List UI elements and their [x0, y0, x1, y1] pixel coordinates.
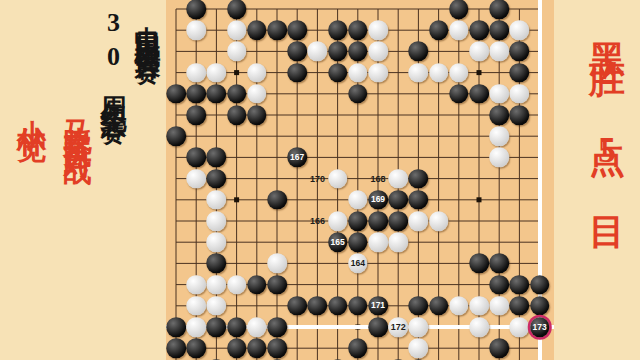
stone: [227, 84, 247, 104]
stone: [368, 211, 388, 231]
stone: [227, 20, 247, 40]
stone: [207, 275, 227, 295]
stone: [287, 296, 307, 316]
stone: [186, 20, 206, 40]
stone: [469, 20, 489, 40]
numbered-stone: 164: [348, 254, 368, 274]
stone: [247, 20, 267, 40]
stone: [409, 190, 429, 210]
stone: [449, 296, 469, 316]
stone: [510, 63, 530, 83]
numbered-stone: 167: [287, 148, 307, 168]
result-text: 黑胜2点5目: [582, 14, 631, 208]
stone: [510, 296, 530, 316]
stone: [530, 296, 550, 316]
stone: [287, 42, 307, 62]
stone: [449, 63, 469, 83]
players-line: 马晓春执白对战: [58, 98, 96, 140]
move-number: 169: [371, 196, 385, 205]
stone: [469, 317, 489, 337]
stone: [287, 20, 307, 40]
stone: [469, 42, 489, 62]
stone: [489, 296, 509, 316]
stone: [469, 84, 489, 104]
stone: [489, 338, 509, 358]
move-number: 173: [533, 323, 547, 332]
stone: [348, 296, 368, 316]
stone: [510, 275, 530, 295]
stone: [449, 84, 469, 104]
stone: [247, 63, 267, 83]
numbered-stone: 173: [530, 317, 550, 337]
stone: [267, 20, 287, 40]
stone: [308, 42, 328, 62]
stone: [207, 317, 227, 337]
stone: [348, 232, 368, 252]
stone: [449, 0, 469, 19]
stone: [368, 42, 388, 62]
stone: [227, 338, 247, 358]
stone: [388, 232, 408, 252]
stone: [489, 148, 509, 168]
stone: [328, 20, 348, 40]
stone: [207, 232, 227, 252]
stone: [510, 105, 530, 125]
stone: [166, 338, 186, 358]
stone: [348, 84, 368, 104]
stone: [267, 317, 287, 337]
stone: [267, 254, 287, 274]
stone: [207, 254, 227, 274]
stone: [429, 211, 449, 231]
stone: [510, 317, 530, 337]
stone: [247, 338, 267, 358]
event-title-line-2: 30周年纪念赛: [96, 8, 131, 101]
stone: [186, 317, 206, 337]
stone: [227, 42, 247, 62]
stone: [227, 0, 247, 19]
stone: [449, 20, 469, 40]
go-board: 167169165164171173166168170172: [166, 0, 554, 360]
numbered-stone: 165: [328, 232, 348, 252]
stone: [409, 211, 429, 231]
stone: [287, 63, 307, 83]
move-number: 167: [290, 153, 304, 162]
numbered-stone: 171: [368, 296, 388, 316]
stone: [469, 254, 489, 274]
stone: [267, 190, 287, 210]
stone: [207, 296, 227, 316]
stone: [409, 169, 429, 189]
stone: [247, 84, 267, 104]
stone: [388, 211, 408, 231]
stone: [207, 84, 227, 104]
stone: [207, 190, 227, 210]
stone: [186, 105, 206, 125]
stone: [368, 63, 388, 83]
stone: [186, 0, 206, 19]
stone: [489, 0, 509, 19]
stone: [368, 317, 388, 337]
stone: [348, 20, 368, 40]
stone: [207, 211, 227, 231]
stone: [429, 296, 449, 316]
move-number-label: 172: [391, 322, 406, 332]
stone: [186, 338, 206, 358]
stone: [489, 105, 509, 125]
stone: [489, 254, 509, 274]
move-number: 165: [331, 238, 345, 247]
player-name-kobayashi: 小林觉: [12, 96, 52, 117]
stone: [368, 232, 388, 252]
stone: [409, 296, 429, 316]
stone: [186, 275, 206, 295]
stone: [247, 317, 267, 337]
stones-layer: 167169165164171173166168170172: [166, 0, 554, 360]
stone: [267, 338, 287, 358]
move-number: 171: [371, 302, 385, 311]
stone: [348, 63, 368, 83]
stone: [227, 105, 247, 125]
stone: [247, 275, 267, 295]
stone: [348, 190, 368, 210]
move-number-label: 166: [310, 216, 325, 226]
stone: [267, 275, 287, 295]
stone: [186, 148, 206, 168]
stone: [186, 169, 206, 189]
stone: [388, 190, 408, 210]
stone: [186, 296, 206, 316]
stone: [510, 42, 530, 62]
stone: [247, 105, 267, 125]
stone: [328, 42, 348, 62]
stone: [207, 63, 227, 83]
stone: [429, 20, 449, 40]
stone: [227, 275, 247, 295]
numbered-stone: 169: [368, 190, 388, 210]
move-number-label: 170: [310, 174, 325, 184]
stone: [489, 42, 509, 62]
stone: [308, 296, 328, 316]
numbered-stone: [409, 317, 429, 337]
stone: [328, 63, 348, 83]
stone: [489, 20, 509, 40]
stone: [489, 84, 509, 104]
stone: [409, 63, 429, 83]
stone: [510, 20, 530, 40]
numbered-stone: [328, 211, 348, 231]
stone: [207, 148, 227, 168]
stone: [186, 84, 206, 104]
stone: [489, 126, 509, 146]
stone: [166, 84, 186, 104]
stone: [348, 211, 368, 231]
stone: [409, 338, 429, 358]
stone: [429, 63, 449, 83]
stone: [469, 296, 489, 316]
numbered-stone: [388, 169, 408, 189]
numbered-stone: [328, 169, 348, 189]
stone: [510, 84, 530, 104]
stone: [207, 169, 227, 189]
stone: [348, 338, 368, 358]
move-number-label: 168: [370, 174, 385, 184]
stone: [227, 317, 247, 337]
stone: [489, 275, 509, 295]
stone: [186, 63, 206, 83]
event-title-line-1: 中日围棋擂台赛: [130, 6, 165, 41]
stone: [166, 317, 186, 337]
stone: [530, 275, 550, 295]
stone: [409, 42, 429, 62]
stone: [328, 296, 348, 316]
stone: [348, 42, 368, 62]
stone: [368, 20, 388, 40]
stone: [166, 126, 186, 146]
move-number: 164: [351, 259, 365, 268]
